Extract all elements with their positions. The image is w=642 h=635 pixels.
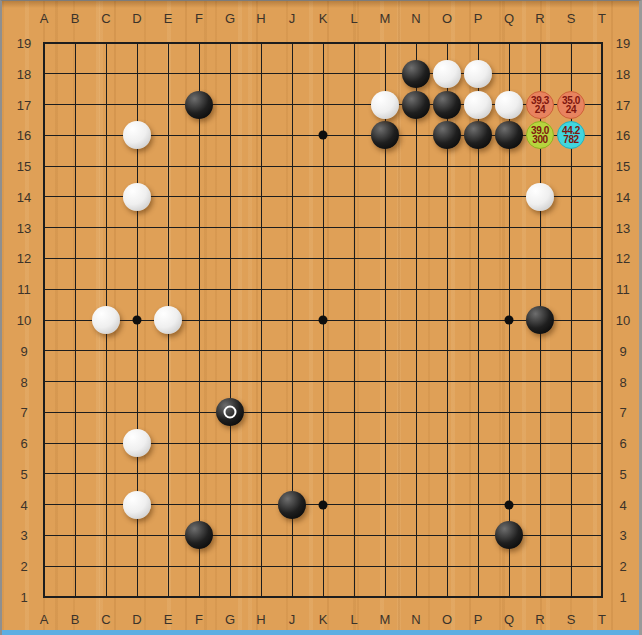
- grid-line: [43, 412, 603, 413]
- black-stone-o16: [433, 121, 461, 149]
- white-stone-p18: [464, 60, 492, 88]
- row-label-left: 19: [17, 36, 31, 51]
- col-label-bottom: Q: [504, 612, 514, 627]
- go-board-window: AABBCCDDEEFFGGHHJJKKLLMMNNOOPPQQRRSSTT19…: [0, 0, 642, 635]
- white-stone-d14: [123, 183, 151, 211]
- row-label-left: 4: [20, 497, 27, 512]
- last-move-marker: [224, 406, 237, 419]
- col-label-top: F: [195, 11, 203, 26]
- black-stone-n18: [402, 60, 430, 88]
- row-label-left: 17: [17, 97, 31, 112]
- col-label-bottom: R: [535, 612, 544, 627]
- row-label-left: 6: [20, 436, 27, 451]
- col-label-top: E: [164, 11, 173, 26]
- black-stone-q3: [495, 521, 523, 549]
- col-label-top: T: [598, 11, 606, 26]
- row-label-right: 8: [619, 374, 626, 389]
- col-label-top: S: [567, 11, 576, 26]
- row-label-left: 18: [17, 66, 31, 81]
- row-label-right: 19: [616, 36, 630, 51]
- suggestion-visits: 782: [563, 135, 579, 144]
- suggestion-s16[interactable]: 44.2782: [557, 121, 585, 149]
- grid-line: [43, 350, 603, 351]
- grid-line: [43, 566, 603, 567]
- col-label-bottom: H: [256, 612, 265, 627]
- col-label-top: R: [535, 11, 544, 26]
- suggestion-visits: 24: [535, 105, 545, 114]
- row-label-right: 7: [619, 405, 626, 420]
- white-stone-q17: [495, 91, 523, 119]
- col-label-bottom: E: [164, 612, 173, 627]
- col-label-top: H: [256, 11, 265, 26]
- col-label-top: N: [411, 11, 420, 26]
- row-label-right: 11: [616, 282, 630, 297]
- row-label-left: 13: [17, 220, 31, 235]
- row-label-right: 16: [616, 128, 630, 143]
- black-stone-f3: [185, 521, 213, 549]
- black-stone-r10: [526, 306, 554, 334]
- row-label-left: 11: [17, 282, 31, 297]
- col-label-bottom: K: [319, 612, 328, 627]
- row-label-left: 1: [20, 590, 27, 605]
- row-label-right: 1: [619, 590, 626, 605]
- row-label-right: 18: [616, 66, 630, 81]
- row-label-right: 9: [619, 343, 626, 358]
- star-point: [505, 500, 514, 509]
- row-label-right: 14: [616, 189, 630, 204]
- white-stone-r14: [526, 183, 554, 211]
- star-point: [319, 500, 328, 509]
- col-label-bottom: P: [474, 612, 483, 627]
- col-label-top: K: [319, 11, 328, 26]
- star-point: [319, 316, 328, 325]
- col-label-bottom: J: [289, 612, 296, 627]
- row-label-right: 3: [619, 528, 626, 543]
- grid-line: [354, 42, 355, 598]
- row-label-right: 17: [616, 97, 630, 112]
- col-label-bottom: A: [40, 612, 49, 627]
- row-label-left: 8: [20, 374, 27, 389]
- star-point: [505, 316, 514, 325]
- black-stone-q16: [495, 121, 523, 149]
- col-label-bottom: C: [101, 612, 110, 627]
- col-label-top: B: [71, 11, 80, 26]
- col-label-bottom: D: [132, 612, 141, 627]
- row-label-left: 14: [17, 189, 31, 204]
- col-label-bottom: F: [195, 612, 203, 627]
- grid-line: [416, 42, 417, 598]
- star-point: [133, 316, 142, 325]
- col-label-bottom: S: [567, 612, 576, 627]
- white-stone-e10: [154, 306, 182, 334]
- col-label-bottom: B: [71, 612, 80, 627]
- row-label-right: 2: [619, 559, 626, 574]
- grid-line: [43, 596, 603, 598]
- row-label-left: 15: [17, 159, 31, 174]
- row-label-left: 5: [20, 466, 27, 481]
- row-label-left: 10: [17, 313, 31, 328]
- star-point: [319, 131, 328, 140]
- grid-line: [43, 381, 603, 382]
- white-stone-m17: [371, 91, 399, 119]
- col-label-top: A: [40, 11, 49, 26]
- col-label-top: J: [289, 11, 296, 26]
- status-progress-bar: [2, 630, 639, 635]
- white-stone-p17: [464, 91, 492, 119]
- col-label-top: C: [101, 11, 110, 26]
- black-stone-n17: [402, 91, 430, 119]
- row-label-right: 13: [616, 220, 630, 235]
- row-label-left: 12: [17, 251, 31, 266]
- suggestion-s17[interactable]: 35.024: [557, 91, 585, 119]
- row-label-left: 7: [20, 405, 27, 420]
- suggestion-r17[interactable]: 39.324: [526, 91, 554, 119]
- row-label-right: 10: [616, 313, 630, 328]
- col-label-top: M: [380, 11, 391, 26]
- white-stone-o18: [433, 60, 461, 88]
- col-label-top: D: [132, 11, 141, 26]
- white-stone-d4: [123, 491, 151, 519]
- col-label-top: Q: [504, 11, 514, 26]
- black-stone-m16: [371, 121, 399, 149]
- row-label-left: 3: [20, 528, 27, 543]
- col-label-bottom: L: [350, 612, 357, 627]
- col-label-bottom: M: [380, 612, 391, 627]
- black-stone-j4: [278, 491, 306, 519]
- col-label-top: G: [225, 11, 235, 26]
- col-label-bottom: T: [598, 612, 606, 627]
- row-label-left: 16: [17, 128, 31, 143]
- col-label-bottom: G: [225, 612, 235, 627]
- col-label-top: O: [442, 11, 452, 26]
- col-label-bottom: N: [411, 612, 420, 627]
- white-stone-d6: [123, 429, 151, 457]
- grid-line: [43, 473, 603, 474]
- black-stone-o17: [433, 91, 461, 119]
- col-label-top: P: [474, 11, 483, 26]
- row-label-left: 9: [20, 343, 27, 358]
- white-stone-d16: [123, 121, 151, 149]
- col-label-bottom: O: [442, 612, 452, 627]
- white-stone-c10: [92, 306, 120, 334]
- suggestion-r16[interactable]: 39.0300: [526, 121, 554, 149]
- row-label-right: 15: [616, 159, 630, 174]
- suggestion-visits: 300: [532, 135, 548, 144]
- row-label-right: 6: [619, 436, 626, 451]
- suggestion-visits: 24: [566, 105, 576, 114]
- row-label-right: 5: [619, 466, 626, 481]
- row-label-left: 2: [20, 559, 27, 574]
- col-label-top: L: [350, 11, 357, 26]
- row-label-right: 12: [616, 251, 630, 266]
- grid-line: [601, 42, 603, 598]
- black-stone-f17: [185, 91, 213, 119]
- row-label-right: 4: [619, 497, 626, 512]
- black-stone-p16: [464, 121, 492, 149]
